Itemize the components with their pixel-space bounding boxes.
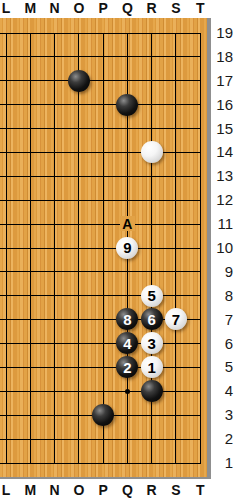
- column-label-bottom-P: P: [93, 483, 113, 498]
- column-label-bottom-N: N: [45, 483, 65, 498]
- white-stone-Q10: 9: [116, 237, 138, 259]
- black-stone-Q7: 8: [116, 308, 138, 330]
- column-label-top-Q: Q: [117, 1, 137, 16]
- black-stone-R7: 6: [141, 308, 163, 330]
- stone-move-number: 6: [147, 312, 155, 327]
- column-label-top-L: L: [0, 1, 16, 16]
- row-label-16: 16: [211, 97, 235, 113]
- row-label-5: 5: [211, 359, 235, 375]
- black-stone-P3: [92, 404, 114, 426]
- stone-move-number: 5: [147, 288, 155, 303]
- row-label-11: 11: [211, 216, 235, 232]
- column-label-top-O: O: [69, 1, 89, 16]
- stone-move-number: 8: [123, 312, 131, 327]
- stone-move-number: 2: [123, 360, 131, 375]
- go-board[interactable]: 958674321A: [0, 18, 207, 477]
- row-label-10: 10: [211, 240, 235, 256]
- row-label-18: 18: [211, 49, 235, 65]
- column-label-top-P: P: [93, 1, 113, 16]
- column-label-bottom-S: S: [166, 483, 186, 498]
- row-label-2: 2: [211, 431, 235, 447]
- row-label-7: 7: [211, 312, 235, 328]
- row-label-6: 6: [211, 336, 235, 352]
- white-stone-R14: [141, 141, 163, 163]
- stone-move-number: 1: [147, 360, 155, 375]
- row-label-19: 19: [211, 25, 235, 41]
- row-label-15: 15: [211, 121, 235, 137]
- column-label-bottom-Q: Q: [117, 483, 137, 498]
- black-stone-Q6: 4: [116, 332, 138, 354]
- column-label-top-R: R: [142, 1, 162, 16]
- column-label-bottom-M: M: [20, 483, 40, 498]
- black-stone-R4: [141, 380, 163, 402]
- black-stone-Q16: [116, 94, 138, 116]
- stone-move-number: 4: [123, 336, 131, 351]
- column-label-top-N: N: [45, 1, 65, 16]
- white-stone-S7: 7: [165, 308, 187, 330]
- row-label-1: 1: [211, 455, 235, 471]
- column-label-top-S: S: [166, 1, 186, 16]
- row-label-17: 17: [211, 73, 235, 89]
- row-label-3: 3: [211, 407, 235, 423]
- column-label-bottom-L: L: [0, 483, 16, 498]
- row-label-8: 8: [211, 288, 235, 304]
- stone-move-number: 9: [123, 240, 131, 255]
- column-label-bottom-R: R: [142, 483, 162, 498]
- board-edge-shadow-bottom: [0, 477, 211, 479]
- column-label-bottom-O: O: [69, 483, 89, 498]
- stones-layer: 958674321A: [0, 21, 207, 475]
- white-stone-R6: 3: [141, 332, 163, 354]
- stone-move-number: 7: [172, 312, 180, 327]
- column-label-bottom-T: T: [190, 483, 210, 498]
- row-label-4: 4: [211, 383, 235, 399]
- marker-label-Q11: A: [120, 216, 135, 231]
- white-stone-R8: 5: [141, 285, 163, 307]
- row-label-9: 9: [211, 264, 235, 280]
- black-stone-O17: [68, 70, 90, 92]
- column-label-top-M: M: [20, 1, 40, 16]
- white-stone-R5: 1: [141, 356, 163, 378]
- row-label-14: 14: [211, 144, 235, 160]
- row-label-13: 13: [211, 168, 235, 184]
- go-diagram: 958674321A LMNOPQRST LMNOPQRST 191817161…: [0, 0, 236, 500]
- column-label-top-T: T: [190, 1, 210, 16]
- stone-move-number: 3: [147, 336, 155, 351]
- black-stone-Q5: 2: [116, 356, 138, 378]
- row-label-12: 12: [211, 192, 235, 208]
